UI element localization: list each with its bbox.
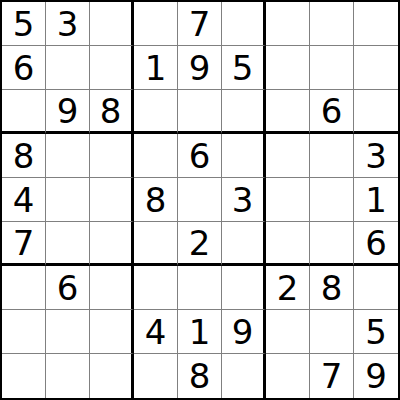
cell-r3c7[interactable] (266, 90, 310, 134)
cell-r4c9[interactable]: 3 (354, 134, 398, 178)
cell-r7c7[interactable]: 2 (266, 266, 310, 310)
cell-r9c4[interactable] (134, 354, 178, 398)
cell-r9c8[interactable]: 7 (310, 354, 354, 398)
cell-r2c4[interactable]: 1 (134, 46, 178, 90)
sudoku-board: 537619598686348317266284195879 (0, 0, 400, 400)
cell-r4c6[interactable] (222, 134, 266, 178)
cell-r6c4[interactable] (134, 222, 178, 266)
cell-r8c5[interactable]: 1 (178, 310, 222, 354)
cell-r3c9[interactable] (354, 90, 398, 134)
cell-r6c7[interactable] (266, 222, 310, 266)
cell-r7c3[interactable] (90, 266, 134, 310)
cell-r6c6[interactable] (222, 222, 266, 266)
cell-r1c1[interactable]: 5 (2, 2, 46, 46)
cell-r8c4[interactable]: 4 (134, 310, 178, 354)
cell-r7c4[interactable] (134, 266, 178, 310)
cell-r5c9[interactable]: 1 (354, 178, 398, 222)
cell-r3c2[interactable]: 9 (46, 90, 90, 134)
cell-r7c9[interactable] (354, 266, 398, 310)
cell-r3c3[interactable]: 8 (90, 90, 134, 134)
cell-r6c5[interactable]: 2 (178, 222, 222, 266)
cell-r4c5[interactable]: 6 (178, 134, 222, 178)
cell-r1c7[interactable] (266, 2, 310, 46)
cell-r9c7[interactable] (266, 354, 310, 398)
cell-r1c3[interactable] (90, 2, 134, 46)
cell-r1c4[interactable] (134, 2, 178, 46)
cell-r2c7[interactable] (266, 46, 310, 90)
cell-r2c8[interactable] (310, 46, 354, 90)
cell-r3c1[interactable] (2, 90, 46, 134)
cell-r7c1[interactable] (2, 266, 46, 310)
cell-r1c6[interactable] (222, 2, 266, 46)
cell-r9c2[interactable] (46, 354, 90, 398)
cell-r8c8[interactable] (310, 310, 354, 354)
cell-r2c2[interactable] (46, 46, 90, 90)
cell-r2c1[interactable]: 6 (2, 46, 46, 90)
cell-r6c8[interactable] (310, 222, 354, 266)
cell-r3c4[interactable] (134, 90, 178, 134)
cell-r3c6[interactable] (222, 90, 266, 134)
cell-r1c9[interactable] (354, 2, 398, 46)
cell-r7c8[interactable]: 8 (310, 266, 354, 310)
cell-r9c9[interactable]: 9 (354, 354, 398, 398)
cell-r9c3[interactable] (90, 354, 134, 398)
cell-r1c8[interactable] (310, 2, 354, 46)
cell-r5c3[interactable] (90, 178, 134, 222)
cell-r5c4[interactable]: 8 (134, 178, 178, 222)
cell-r2c3[interactable] (90, 46, 134, 90)
cell-r5c2[interactable] (46, 178, 90, 222)
cell-r1c5[interactable]: 7 (178, 2, 222, 46)
cell-r2c6[interactable]: 5 (222, 46, 266, 90)
cell-r3c5[interactable] (178, 90, 222, 134)
cell-r7c5[interactable] (178, 266, 222, 310)
cell-r9c6[interactable] (222, 354, 266, 398)
cell-r4c8[interactable] (310, 134, 354, 178)
cell-r2c9[interactable] (354, 46, 398, 90)
cell-r8c9[interactable]: 5 (354, 310, 398, 354)
cell-r2c5[interactable]: 9 (178, 46, 222, 90)
cell-r4c3[interactable] (90, 134, 134, 178)
cell-r4c4[interactable] (134, 134, 178, 178)
cell-r8c6[interactable]: 9 (222, 310, 266, 354)
cell-r3c8[interactable]: 6 (310, 90, 354, 134)
cell-r4c2[interactable] (46, 134, 90, 178)
cell-r6c9[interactable]: 6 (354, 222, 398, 266)
cell-r7c6[interactable] (222, 266, 266, 310)
cell-r6c1[interactable]: 7 (2, 222, 46, 266)
cell-r8c2[interactable] (46, 310, 90, 354)
cell-r6c3[interactable] (90, 222, 134, 266)
cell-r5c8[interactable] (310, 178, 354, 222)
cell-r5c1[interactable]: 4 (2, 178, 46, 222)
cell-r8c1[interactable] (2, 310, 46, 354)
cell-r7c2[interactable]: 6 (46, 266, 90, 310)
cell-r5c5[interactable] (178, 178, 222, 222)
cell-r8c3[interactable] (90, 310, 134, 354)
cell-r8c7[interactable] (266, 310, 310, 354)
cell-r9c5[interactable]: 8 (178, 354, 222, 398)
cell-r4c1[interactable]: 8 (2, 134, 46, 178)
cell-r6c2[interactable] (46, 222, 90, 266)
cell-r5c7[interactable] (266, 178, 310, 222)
cell-r1c2[interactable]: 3 (46, 2, 90, 46)
cell-r9c1[interactable] (2, 354, 46, 398)
cell-r4c7[interactable] (266, 134, 310, 178)
cell-r5c6[interactable]: 3 (222, 178, 266, 222)
